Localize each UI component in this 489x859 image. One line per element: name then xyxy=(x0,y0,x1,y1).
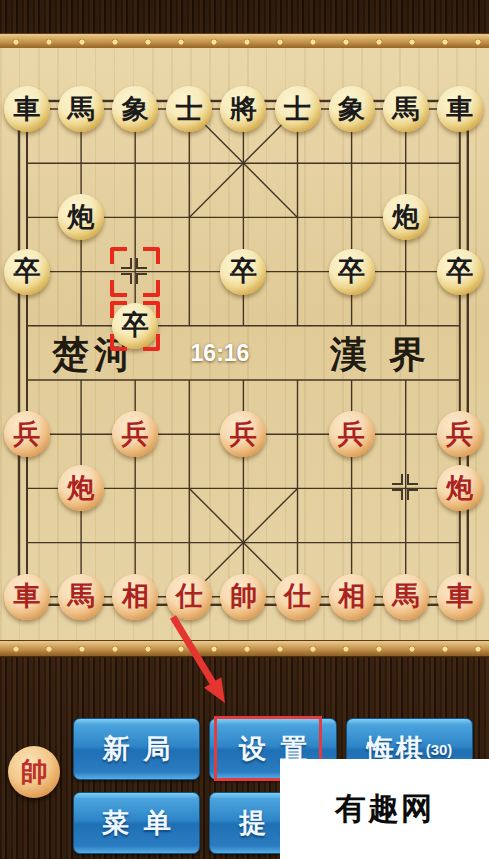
piece-black-r0c6[interactable]: 象 xyxy=(329,86,375,132)
piece-black-r3c8[interactable]: 卒 xyxy=(437,249,483,295)
piece-black-r0c8[interactable]: 車 xyxy=(437,86,483,132)
red-general-char: 帥 xyxy=(21,754,48,790)
piece-black-r0c0[interactable]: 車 xyxy=(4,86,50,132)
piece-black-r3c4[interactable]: 卒 xyxy=(220,249,266,295)
piece-black-r0c5[interactable]: 士 xyxy=(275,86,321,132)
timer: 16:16 xyxy=(185,340,255,367)
piece-red-r9c1[interactable]: 馬 xyxy=(58,574,104,620)
piece-red-r9c3[interactable]: 仕 xyxy=(166,574,212,620)
piece-red-r6c8[interactable]: 兵 xyxy=(437,411,483,457)
piece-black-r3c6[interactable]: 卒 xyxy=(329,249,375,295)
piece-red-r9c5[interactable]: 仕 xyxy=(275,574,321,620)
piece-black-r0c1[interactable]: 馬 xyxy=(58,86,104,132)
xiangqi-app-screen: 楚河 漢界 16:16 車馬象士將士象馬車炮炮卒卒卒卒卒兵兵兵兵兵炮炮車馬相仕帥… xyxy=(0,0,489,859)
red-general-icon: 帥 xyxy=(8,746,60,798)
piece-black-r0c3[interactable]: 士 xyxy=(166,86,212,132)
piece-black-r0c7[interactable]: 馬 xyxy=(383,86,429,132)
xiangqi-board[interactable]: 楚河 漢界 16:16 車馬象士將士象馬車炮炮卒卒卒卒卒兵兵兵兵兵炮炮車馬相仕帥… xyxy=(0,48,489,640)
piece-black-r3c0[interactable]: 卒 xyxy=(4,249,50,295)
watermark: 有趣网 xyxy=(280,759,489,859)
piece-red-r6c0[interactable]: 兵 xyxy=(4,411,50,457)
piece-black-r2c7[interactable]: 炮 xyxy=(383,194,429,240)
menu-button[interactable]: 菜单 xyxy=(73,792,200,854)
bottom-stud-rail xyxy=(0,640,489,657)
last-move-from-marker xyxy=(110,247,160,297)
piece-red-r9c2[interactable]: 相 xyxy=(112,574,158,620)
piece-red-r9c7[interactable]: 馬 xyxy=(383,574,429,620)
piece-red-r9c8[interactable]: 車 xyxy=(437,574,483,620)
point-marker-r7c7 xyxy=(392,474,420,502)
last-move-to-marker xyxy=(110,301,160,351)
piece-red-r6c6[interactable]: 兵 xyxy=(329,411,375,457)
river-label-right: 漢界 xyxy=(330,336,448,373)
piece-red-r9c6[interactable]: 相 xyxy=(329,574,375,620)
piece-red-r7c8[interactable]: 炮 xyxy=(437,465,483,511)
new-game-button[interactable]: 新局 xyxy=(73,718,200,780)
undo-count: (30) xyxy=(426,741,453,758)
piece-red-r9c0[interactable]: 車 xyxy=(4,574,50,620)
piece-red-r9c4[interactable]: 帥 xyxy=(220,574,266,620)
watermark-text: 有趣网 xyxy=(335,788,434,830)
piece-black-r0c2[interactable]: 象 xyxy=(112,86,158,132)
